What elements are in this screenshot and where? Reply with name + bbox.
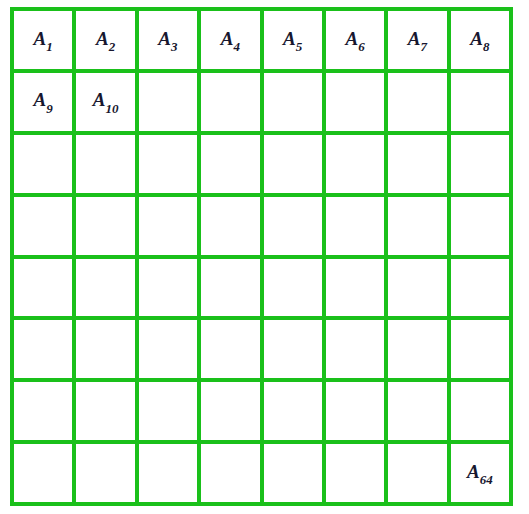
grid-cell bbox=[388, 320, 446, 378]
grid-cell: A1 bbox=[14, 11, 72, 69]
grid-cell bbox=[388, 444, 446, 502]
cell-label-subscript: 9 bbox=[46, 101, 53, 116]
diagram-canvas: A1A2A3A4A5A6A7A8A9A10A64 bbox=[0, 0, 529, 514]
cell-label-subscript: 2 bbox=[109, 39, 116, 54]
grid-cell bbox=[14, 197, 72, 255]
grid-cell bbox=[201, 73, 259, 131]
grid-cell bbox=[76, 382, 134, 440]
grid-cell: A10 bbox=[76, 73, 134, 131]
cell-label-base: A bbox=[34, 28, 47, 49]
cell-label: A7 bbox=[408, 29, 427, 52]
cell-label: A64 bbox=[467, 462, 493, 485]
grid-cell bbox=[264, 320, 322, 378]
grid-cell: A7 bbox=[388, 11, 446, 69]
grid-cell: A64 bbox=[451, 444, 509, 502]
grid-cell bbox=[264, 73, 322, 131]
grid-cell bbox=[388, 197, 446, 255]
cell-label: A10 bbox=[93, 90, 119, 113]
grid-cell bbox=[451, 259, 509, 317]
grid-cell: A4 bbox=[201, 11, 259, 69]
cell-label: A9 bbox=[34, 90, 53, 113]
grid-cell bbox=[139, 135, 197, 193]
grid-cell bbox=[201, 259, 259, 317]
grid-cell: A9 bbox=[14, 73, 72, 131]
grid-cell bbox=[388, 73, 446, 131]
cell-label: A6 bbox=[345, 29, 364, 52]
grid-cell bbox=[14, 444, 72, 502]
cell-label-subscript: 10 bbox=[105, 101, 118, 116]
grid-cell: A2 bbox=[76, 11, 134, 69]
grid-cell bbox=[76, 259, 134, 317]
grid-cell bbox=[201, 135, 259, 193]
cell-label-base: A bbox=[93, 89, 106, 110]
cell-label-base: A bbox=[221, 28, 234, 49]
grid-cell bbox=[201, 382, 259, 440]
cell-label: A2 bbox=[96, 29, 115, 52]
grid-cell bbox=[388, 259, 446, 317]
cell-label-base: A bbox=[283, 28, 296, 49]
cell-label: A8 bbox=[470, 29, 489, 52]
grid-cell bbox=[451, 73, 509, 131]
cell-label-subscript: 8 bbox=[483, 39, 490, 54]
grid-cell bbox=[14, 320, 72, 378]
grid-cell bbox=[326, 444, 384, 502]
grid-cell bbox=[14, 135, 72, 193]
cell-label-base: A bbox=[467, 461, 480, 482]
cell-label: A1 bbox=[34, 29, 53, 52]
grid-cell bbox=[326, 320, 384, 378]
grid-cell bbox=[451, 135, 509, 193]
grid-cell bbox=[451, 382, 509, 440]
grid-cell bbox=[139, 259, 197, 317]
grid-cell bbox=[76, 197, 134, 255]
labeled-grid-board: A1A2A3A4A5A6A7A8A9A10A64 bbox=[10, 7, 513, 506]
cell-label-base: A bbox=[345, 28, 358, 49]
cell-label-base: A bbox=[158, 28, 171, 49]
grid-cell bbox=[326, 73, 384, 131]
cell-label-subscript: 3 bbox=[171, 39, 178, 54]
grid-cell bbox=[326, 259, 384, 317]
cell-label-subscript: 5 bbox=[296, 39, 303, 54]
grid-cell: A3 bbox=[139, 11, 197, 69]
grid-cell bbox=[139, 444, 197, 502]
grid-cell bbox=[264, 382, 322, 440]
grid-cell bbox=[326, 382, 384, 440]
cell-label: A5 bbox=[283, 29, 302, 52]
grid-cell: A5 bbox=[264, 11, 322, 69]
cell-label-base: A bbox=[408, 28, 421, 49]
grid-cell bbox=[264, 197, 322, 255]
grid-cell bbox=[139, 382, 197, 440]
cell-label-base: A bbox=[34, 89, 47, 110]
grid-cell bbox=[201, 320, 259, 378]
grid-cell bbox=[451, 320, 509, 378]
cell-label: A3 bbox=[158, 29, 177, 52]
grid-cell: A8 bbox=[451, 11, 509, 69]
grid-cell bbox=[76, 320, 134, 378]
grid-cell bbox=[201, 444, 259, 502]
grid-cell bbox=[139, 73, 197, 131]
cell-label-subscript: 4 bbox=[233, 39, 240, 54]
cell-label-subscript: 64 bbox=[480, 472, 493, 487]
cell-label-subscript: 7 bbox=[421, 39, 428, 54]
grid-cell bbox=[326, 197, 384, 255]
grid-cell bbox=[201, 197, 259, 255]
grid-cell bbox=[264, 135, 322, 193]
grid-cell bbox=[14, 382, 72, 440]
cell-label: A4 bbox=[221, 29, 240, 52]
cell-label-subscript: 1 bbox=[46, 39, 53, 54]
grid-cell bbox=[326, 135, 384, 193]
grid-cell bbox=[264, 259, 322, 317]
grid-cell bbox=[388, 135, 446, 193]
grid-cell: A6 bbox=[326, 11, 384, 69]
grid-cell bbox=[139, 320, 197, 378]
grid-cell bbox=[388, 382, 446, 440]
grid-cell bbox=[451, 197, 509, 255]
grid-cell bbox=[139, 197, 197, 255]
cell-label-subscript: 6 bbox=[358, 39, 365, 54]
cell-label-base: A bbox=[470, 28, 483, 49]
cell-label-base: A bbox=[96, 28, 109, 49]
grid-cell bbox=[264, 444, 322, 502]
grid-cell bbox=[76, 444, 134, 502]
grid-cell bbox=[14, 259, 72, 317]
grid-cell bbox=[76, 135, 134, 193]
